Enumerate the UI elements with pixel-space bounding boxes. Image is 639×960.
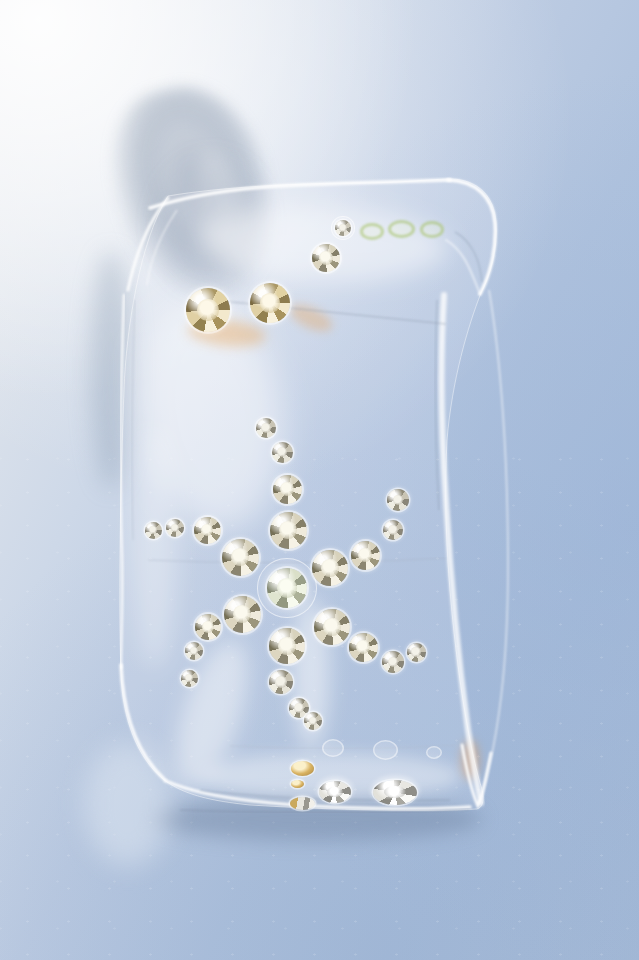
crystal xyxy=(382,651,404,673)
crystal xyxy=(269,628,305,664)
crystal xyxy=(314,609,350,645)
crystal xyxy=(256,418,276,438)
flared-lip-outer-line xyxy=(481,290,508,800)
crystal xyxy=(312,244,340,272)
crystal xyxy=(250,283,290,323)
crystal xyxy=(269,670,293,694)
crystal xyxy=(312,550,348,586)
crystal xyxy=(291,780,304,788)
crystal xyxy=(273,475,302,504)
crystal xyxy=(166,519,184,537)
crystal xyxy=(351,541,380,570)
crystal xyxy=(224,596,261,633)
crystal xyxy=(145,522,162,539)
crystal xyxy=(373,780,417,805)
crystal xyxy=(304,712,322,730)
crystal xyxy=(185,642,203,660)
crystal xyxy=(322,739,344,757)
crystal xyxy=(222,539,259,576)
crystal xyxy=(407,643,426,662)
crystal xyxy=(335,220,351,236)
crystal xyxy=(267,568,307,608)
crystal xyxy=(272,442,293,463)
green-reflection xyxy=(360,223,384,240)
crystal xyxy=(195,614,221,640)
bracelet-outline xyxy=(0,0,639,960)
crystal xyxy=(270,512,307,549)
crystal xyxy=(186,288,230,332)
crystal xyxy=(319,781,351,803)
crystal xyxy=(181,670,198,687)
green-reflection xyxy=(420,221,444,238)
crystal xyxy=(290,797,315,810)
crystal xyxy=(194,517,221,544)
crystal xyxy=(383,520,403,540)
crystal xyxy=(349,633,378,662)
photo-clear-rhinestone-cuff xyxy=(0,0,639,960)
green-reflection xyxy=(388,220,415,238)
crystal xyxy=(373,740,398,760)
crystal xyxy=(291,761,314,776)
crystal xyxy=(387,489,409,511)
crystal xyxy=(426,746,442,759)
